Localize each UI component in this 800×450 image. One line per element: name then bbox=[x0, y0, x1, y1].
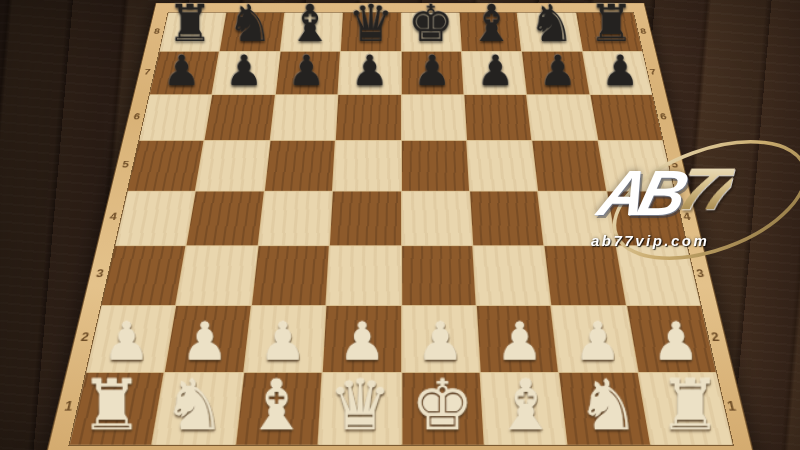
piece-black-bishop[interactable]: ♝ bbox=[280, 0, 342, 49]
piece-white-pawn[interactable]: ♟ bbox=[636, 315, 716, 368]
piece-white-pawn[interactable]: ♟ bbox=[86, 315, 166, 368]
square-f4[interactable] bbox=[470, 191, 544, 245]
square-b5[interactable] bbox=[196, 141, 269, 191]
square-c5[interactable] bbox=[265, 141, 335, 191]
piece-black-rook[interactable]: ♜ bbox=[159, 0, 221, 49]
square-b2[interactable]: ♟ bbox=[165, 306, 250, 371]
square-e5[interactable] bbox=[401, 141, 468, 191]
square-e3[interactable] bbox=[402, 246, 476, 305]
square-g7[interactable]: ♟ bbox=[522, 52, 589, 94]
square-h2[interactable]: ♟ bbox=[627, 306, 716, 371]
square-g2[interactable]: ♟ bbox=[552, 306, 637, 371]
piece-black-pawn[interactable]: ♟ bbox=[400, 49, 464, 91]
square-c6[interactable] bbox=[270, 95, 337, 140]
square-a1[interactable]: ♜ bbox=[70, 373, 164, 445]
square-a6[interactable] bbox=[139, 95, 211, 140]
square-g6[interactable] bbox=[527, 95, 597, 140]
piece-white-pawn[interactable]: ♟ bbox=[557, 315, 637, 368]
piece-black-rook[interactable]: ♜ bbox=[581, 0, 643, 49]
piece-white-rook[interactable]: ♜ bbox=[69, 370, 154, 440]
piece-black-pawn[interactable]: ♟ bbox=[463, 49, 527, 91]
piece-black-king[interactable]: ♚ bbox=[400, 0, 462, 49]
piece-white-pawn[interactable]: ♟ bbox=[322, 315, 402, 368]
piece-white-knight[interactable]: ♞ bbox=[566, 370, 651, 440]
piece-black-pawn[interactable]: ♟ bbox=[212, 49, 276, 91]
square-a2[interactable]: ♟ bbox=[87, 306, 176, 371]
square-a3[interactable] bbox=[102, 246, 186, 305]
piece-white-bishop[interactable]: ♝ bbox=[483, 370, 568, 440]
square-f1[interactable]: ♝ bbox=[481, 373, 567, 445]
square-e2[interactable]: ♟ bbox=[402, 306, 480, 371]
app-window: 87654321 87654321 ♜♞♝♛♚♝♞♜♟♟♟♟♟♟♟♟♟♟♟♟♟♟… bbox=[0, 0, 800, 450]
square-f7[interactable]: ♟ bbox=[462, 52, 526, 94]
square-b6[interactable] bbox=[205, 95, 275, 140]
piece-white-knight[interactable]: ♞ bbox=[152, 370, 237, 440]
square-d2[interactable]: ♟ bbox=[323, 306, 401, 371]
piece-white-rook[interactable]: ♜ bbox=[648, 370, 733, 440]
piece-black-pawn[interactable]: ♟ bbox=[526, 49, 590, 91]
square-c2[interactable]: ♟ bbox=[244, 306, 325, 371]
square-d6[interactable] bbox=[336, 95, 401, 140]
square-a4[interactable] bbox=[115, 191, 195, 245]
square-f3[interactable] bbox=[473, 246, 550, 305]
square-a5[interactable] bbox=[128, 141, 204, 191]
square-b3[interactable] bbox=[177, 246, 258, 305]
piece-white-pawn[interactable]: ♟ bbox=[400, 315, 480, 368]
square-h1[interactable]: ♜ bbox=[638, 373, 732, 445]
square-e6[interactable] bbox=[401, 95, 466, 140]
piece-black-pawn[interactable]: ♟ bbox=[149, 49, 213, 91]
square-e1[interactable]: ♚ bbox=[402, 373, 484, 445]
piece-white-bishop[interactable]: ♝ bbox=[235, 370, 320, 440]
square-h7[interactable]: ♟ bbox=[583, 52, 652, 94]
square-c3[interactable] bbox=[252, 246, 329, 305]
watermark-logo: AB77 ab77vip.com bbox=[585, 148, 800, 260]
piece-black-pawn[interactable]: ♟ bbox=[275, 49, 339, 91]
square-c4[interactable] bbox=[258, 191, 332, 245]
logo-site-url: ab77vip.com bbox=[591, 232, 709, 249]
square-f5[interactable] bbox=[467, 141, 537, 191]
piece-black-pawn[interactable]: ♟ bbox=[337, 49, 401, 91]
square-d7[interactable]: ♟ bbox=[339, 52, 401, 94]
square-e7[interactable]: ♟ bbox=[401, 52, 463, 94]
piece-white-pawn[interactable]: ♟ bbox=[165, 315, 245, 368]
piece-black-pawn[interactable]: ♟ bbox=[588, 49, 652, 91]
piece-white-pawn[interactable]: ♟ bbox=[243, 315, 323, 368]
square-a7[interactable]: ♟ bbox=[150, 52, 219, 94]
piece-black-knight[interactable]: ♞ bbox=[521, 0, 583, 49]
piece-black-knight[interactable]: ♞ bbox=[219, 0, 281, 49]
square-d3[interactable] bbox=[327, 246, 401, 305]
square-d5[interactable] bbox=[333, 141, 400, 191]
piece-white-queen[interactable]: ♛ bbox=[317, 370, 402, 440]
piece-black-bishop[interactable]: ♝ bbox=[460, 0, 522, 49]
piece-white-pawn[interactable]: ♟ bbox=[479, 315, 559, 368]
square-b1[interactable]: ♞ bbox=[153, 373, 243, 445]
logo-brand: AB77 bbox=[601, 154, 730, 230]
square-c1[interactable]: ♝ bbox=[236, 373, 322, 445]
square-d1[interactable]: ♛ bbox=[319, 373, 401, 445]
square-h6[interactable] bbox=[590, 95, 662, 140]
square-c7[interactable]: ♟ bbox=[276, 52, 340, 94]
piece-black-queen[interactable]: ♛ bbox=[340, 0, 402, 49]
square-d4[interactable] bbox=[330, 191, 400, 245]
piece-white-king[interactable]: ♚ bbox=[400, 370, 485, 440]
square-e4[interactable] bbox=[402, 191, 473, 245]
square-f2[interactable]: ♟ bbox=[477, 306, 558, 371]
square-b4[interactable] bbox=[187, 191, 264, 245]
square-g1[interactable]: ♞ bbox=[559, 373, 649, 445]
square-f6[interactable] bbox=[464, 95, 531, 140]
square-b7[interactable]: ♟ bbox=[213, 52, 280, 94]
